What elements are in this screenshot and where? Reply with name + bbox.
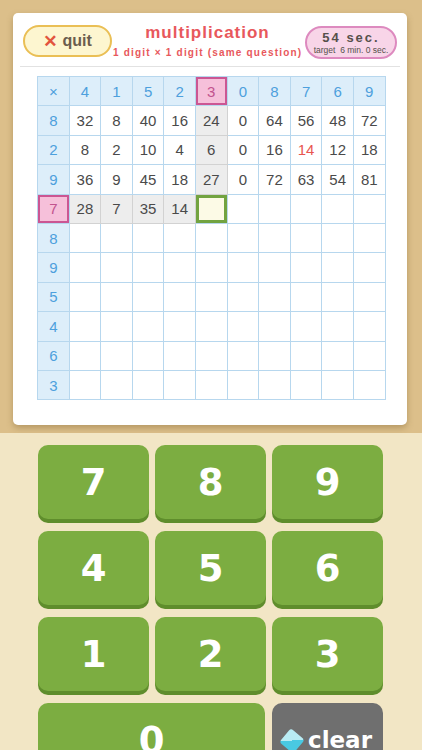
empty-cell (164, 312, 196, 341)
key-9[interactable]: 9 (272, 445, 383, 519)
empty-cell (133, 371, 165, 400)
answer-cell: 24 (196, 106, 228, 135)
row-header-8: 8 (38, 224, 70, 253)
answer-cell: 2 (101, 136, 133, 165)
empty-cell (228, 253, 260, 282)
empty-cell (101, 253, 133, 282)
col-header-6: 6 (322, 77, 354, 106)
clear-button[interactable]: clear (272, 703, 383, 750)
answer-cell: 8 (70, 136, 102, 165)
empty-cell (101, 283, 133, 312)
quit-button[interactable]: ✕ quit (23, 25, 112, 57)
answer-cell: 18 (164, 165, 196, 194)
col-header-1: 1 (101, 77, 133, 106)
elapsed-time: 54 sec. (307, 31, 395, 45)
answer-cell: 12 (322, 136, 354, 165)
game-card: ✕ quit multiplication 1 digit × 1 digit … (13, 13, 407, 425)
empty-cell (133, 312, 165, 341)
row-header-8: 8 (38, 106, 70, 135)
answer-cell: 35 (133, 195, 165, 224)
key-1[interactable]: 1 (38, 617, 149, 691)
empty-cell (133, 342, 165, 371)
col-header-4: 4 (70, 77, 102, 106)
col-header-0: 0 (228, 77, 260, 106)
empty-cell (164, 283, 196, 312)
answer-cell: 54 (322, 165, 354, 194)
empty-cell (164, 253, 196, 282)
empty-cell (70, 342, 102, 371)
empty-cell (322, 342, 354, 371)
quit-label: quit (62, 33, 91, 49)
empty-cell (354, 253, 386, 282)
empty-cell (322, 312, 354, 341)
empty-cell (70, 283, 102, 312)
col-header-2: 2 (164, 77, 196, 106)
answer-cell: 72 (354, 106, 386, 135)
title-block: multiplication 1 digit × 1 digit (same q… (113, 23, 302, 58)
row-header-5: 5 (38, 283, 70, 312)
empty-cell (354, 224, 386, 253)
wrong-answer-cell: 14 (291, 136, 323, 165)
answer-cell: 27 (196, 165, 228, 194)
empty-cell (291, 224, 323, 253)
row-header-2: 2 (38, 136, 70, 165)
page-title: multiplication (113, 23, 302, 43)
row-header-6: 6 (38, 342, 70, 371)
row-header-4: 4 (38, 312, 70, 341)
empty-cell (228, 312, 260, 341)
answer-cell: 32 (70, 106, 102, 135)
answer-cell: 16 (164, 106, 196, 135)
key-7[interactable]: 7 (38, 445, 149, 519)
col-header-3: 3 (196, 77, 228, 106)
empty-cell (228, 195, 260, 224)
empty-cell (291, 342, 323, 371)
answer-cell: 16 (259, 136, 291, 165)
empty-cell (70, 224, 102, 253)
page-subtitle: 1 digit × 1 digit (same question) (113, 47, 302, 58)
answer-cell: 48 (322, 106, 354, 135)
empty-cell (101, 224, 133, 253)
empty-cell (291, 195, 323, 224)
row-header-7: 7 (38, 195, 70, 224)
active-cell (196, 195, 228, 224)
empty-cell (354, 371, 386, 400)
empty-cell (101, 312, 133, 341)
number-keypad: 7 8 9 4 5 6 1 2 3 0 clear (0, 433, 422, 750)
clear-label: clear (308, 727, 372, 750)
empty-cell (70, 312, 102, 341)
empty-cell (322, 195, 354, 224)
answer-cell: 64 (259, 106, 291, 135)
answer-cell: 36 (70, 165, 102, 194)
empty-cell (322, 224, 354, 253)
empty-cell (133, 224, 165, 253)
answer-cell: 72 (259, 165, 291, 194)
header-divider (20, 66, 400, 67)
answer-cell: 9 (101, 165, 133, 194)
empty-cell (70, 253, 102, 282)
empty-cell (196, 253, 228, 282)
key-8[interactable]: 8 (155, 445, 266, 519)
empty-cell (70, 371, 102, 400)
empty-cell (228, 224, 260, 253)
answer-cell: 18 (354, 136, 386, 165)
row-header-3: 3 (38, 371, 70, 400)
key-3[interactable]: 3 (272, 617, 383, 691)
empty-cell (354, 342, 386, 371)
answer-cell: 40 (133, 106, 165, 135)
target-value: 6 min. 0 sec. (340, 45, 388, 55)
empty-cell (164, 342, 196, 371)
answer-cell: 6 (196, 136, 228, 165)
answer-cell: 8 (101, 106, 133, 135)
eraser-icon (279, 728, 304, 750)
empty-cell (196, 371, 228, 400)
answer-cell: 45 (133, 165, 165, 194)
col-header-9: 9 (354, 77, 386, 106)
empty-cell (291, 312, 323, 341)
close-icon: ✕ (43, 33, 57, 50)
empty-cell (354, 312, 386, 341)
key-6[interactable]: 6 (272, 531, 383, 605)
empty-cell (196, 342, 228, 371)
empty-cell (101, 371, 133, 400)
empty-cell (322, 253, 354, 282)
empty-cell (259, 283, 291, 312)
empty-cell (228, 342, 260, 371)
empty-cell (291, 371, 323, 400)
key-4[interactable]: 4 (38, 531, 149, 605)
answer-cell: 56 (291, 106, 323, 135)
empty-cell (291, 283, 323, 312)
answer-cell: 14 (164, 195, 196, 224)
empty-cell (133, 253, 165, 282)
empty-cell (259, 195, 291, 224)
empty-cell (259, 371, 291, 400)
answer-cell: 28 (70, 195, 102, 224)
answer-cell: 4 (164, 136, 196, 165)
answer-cell: 7 (101, 195, 133, 224)
empty-cell (133, 283, 165, 312)
answer-cell: 63 (291, 165, 323, 194)
empty-cell (322, 371, 354, 400)
col-header-7: 7 (291, 77, 323, 106)
empty-cell (196, 312, 228, 341)
empty-cell (164, 224, 196, 253)
empty-cell (228, 371, 260, 400)
empty-cell (259, 224, 291, 253)
answer-cell: 0 (228, 106, 260, 135)
empty-cell (259, 253, 291, 282)
empty-cell (196, 283, 228, 312)
empty-cell (164, 371, 196, 400)
col-header-8: 8 (259, 77, 291, 106)
empty-cell (259, 342, 291, 371)
answer-cell: 0 (228, 136, 260, 165)
empty-cell (101, 342, 133, 371)
answer-cell: 81 (354, 165, 386, 194)
key-2[interactable]: 2 (155, 617, 266, 691)
key-0[interactable]: 0 (38, 703, 265, 750)
target-time: target 6 min. 0 sec. (307, 45, 395, 55)
grid-corner-cell: × (38, 77, 70, 106)
empty-cell (259, 312, 291, 341)
empty-cell (322, 283, 354, 312)
empty-cell (354, 195, 386, 224)
col-header-5: 5 (133, 77, 165, 106)
empty-cell (228, 283, 260, 312)
empty-cell (291, 253, 323, 282)
key-5[interactable]: 5 (155, 531, 266, 605)
empty-cell (354, 283, 386, 312)
empty-cell (196, 224, 228, 253)
target-label: target (314, 45, 336, 55)
answer-cell: 10 (133, 136, 165, 165)
row-header-9: 9 (38, 253, 70, 282)
multiplication-grid: ×415230876983284016240645648722821046016… (37, 76, 386, 400)
answer-cell: 0 (228, 165, 260, 194)
row-header-9: 9 (38, 165, 70, 194)
timer-badge: 54 sec. target 6 min. 0 sec. (305, 26, 397, 59)
